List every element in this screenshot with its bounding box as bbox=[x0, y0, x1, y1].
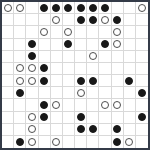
cell-r5c0[interactable] bbox=[2, 63, 14, 75]
cell-r2c2[interactable] bbox=[26, 26, 38, 38]
cell-r8c3[interactable] bbox=[39, 99, 51, 111]
cell-r8c11[interactable] bbox=[136, 99, 148, 111]
white-circle bbox=[28, 77, 36, 85]
cell-r8c9[interactable] bbox=[112, 99, 124, 111]
cell-r1c6[interactable] bbox=[75, 14, 87, 26]
black-circle bbox=[77, 125, 85, 133]
cell-r8c7[interactable] bbox=[87, 99, 99, 111]
cell-r0c7[interactable] bbox=[87, 2, 99, 14]
black-circle bbox=[113, 138, 121, 146]
cell-r2c3[interactable] bbox=[39, 26, 51, 38]
cell-r3c0[interactable] bbox=[2, 39, 14, 51]
black-circle bbox=[138, 113, 146, 121]
white-circle bbox=[113, 28, 121, 36]
cell-r0c11[interactable] bbox=[136, 2, 148, 14]
cell-r3c8[interactable] bbox=[99, 39, 111, 51]
cell-r4c6[interactable] bbox=[75, 51, 87, 63]
cell-r11c9[interactable] bbox=[112, 136, 124, 148]
cell-r11c2[interactable] bbox=[26, 136, 38, 148]
cell-r9c5[interactable] bbox=[63, 112, 75, 124]
cell-r3c6[interactable] bbox=[75, 39, 87, 51]
cell-r6c8[interactable] bbox=[99, 75, 111, 87]
black-circle bbox=[113, 16, 121, 24]
cell-r8c0[interactable] bbox=[2, 99, 14, 111]
cell-r11c1[interactable] bbox=[14, 136, 26, 148]
cell-r6c6[interactable] bbox=[75, 75, 87, 87]
cell-r10c9[interactable] bbox=[112, 124, 124, 136]
white-circle bbox=[16, 77, 24, 85]
cell-r10c5[interactable] bbox=[63, 124, 75, 136]
cell-r4c2[interactable] bbox=[26, 51, 38, 63]
cell-r3c11[interactable] bbox=[136, 39, 148, 51]
cell-r3c3[interactable] bbox=[39, 39, 51, 51]
black-circle bbox=[40, 77, 48, 85]
white-circle bbox=[101, 101, 109, 109]
cell-r5c2[interactable] bbox=[26, 63, 38, 75]
cell-r10c11[interactable] bbox=[136, 124, 148, 136]
cell-r3c9[interactable] bbox=[112, 39, 124, 51]
cell-r4c10[interactable] bbox=[124, 51, 136, 63]
white-circle bbox=[40, 28, 48, 36]
white-circle bbox=[4, 4, 12, 12]
cell-r9c8[interactable] bbox=[99, 112, 111, 124]
cell-r2c11[interactable] bbox=[136, 26, 148, 38]
black-circle bbox=[40, 4, 48, 12]
cell-r3c7[interactable] bbox=[87, 39, 99, 51]
cell-r9c1[interactable] bbox=[14, 112, 26, 124]
cell-r4c5[interactable] bbox=[63, 51, 75, 63]
white-circle bbox=[113, 40, 121, 48]
black-circle bbox=[64, 4, 72, 12]
cell-r6c0[interactable] bbox=[2, 75, 14, 87]
cell-r9c2[interactable] bbox=[26, 112, 38, 124]
cell-r11c5[interactable] bbox=[63, 136, 75, 148]
cell-r5c10[interactable] bbox=[124, 63, 136, 75]
black-circle bbox=[101, 4, 109, 12]
black-circle bbox=[16, 138, 24, 146]
cell-r1c1[interactable] bbox=[14, 14, 26, 26]
cell-r6c3[interactable] bbox=[39, 75, 51, 87]
cell-r5c3[interactable] bbox=[39, 63, 51, 75]
cell-r9c11[interactable] bbox=[136, 112, 148, 124]
white-circle bbox=[101, 16, 109, 24]
black-circle bbox=[40, 113, 48, 121]
black-circle bbox=[89, 125, 97, 133]
cell-r4c1[interactable] bbox=[14, 51, 26, 63]
black-circle bbox=[77, 16, 85, 24]
black-circle bbox=[125, 77, 133, 85]
black-circle bbox=[138, 89, 146, 97]
cell-r8c6[interactable] bbox=[75, 99, 87, 111]
white-circle bbox=[28, 125, 36, 133]
cell-r5c11[interactable] bbox=[136, 63, 148, 75]
cell-r11c4[interactable] bbox=[51, 136, 63, 148]
black-circle bbox=[101, 40, 109, 48]
cell-r0c3[interactable] bbox=[39, 2, 51, 14]
cell-r11c7[interactable] bbox=[87, 136, 99, 148]
cell-r10c4[interactable] bbox=[51, 124, 63, 136]
cell-r5c1[interactable] bbox=[14, 63, 26, 75]
cell-r0c9[interactable] bbox=[112, 2, 124, 14]
cell-r6c4[interactable] bbox=[51, 75, 63, 87]
cell-r11c6[interactable] bbox=[75, 136, 87, 148]
cell-r4c7[interactable] bbox=[87, 51, 99, 63]
cell-r0c5[interactable] bbox=[63, 2, 75, 14]
cell-r8c1[interactable] bbox=[14, 99, 26, 111]
cell-r11c10[interactable] bbox=[124, 136, 136, 148]
cell-r3c5[interactable] bbox=[63, 39, 75, 51]
cell-r4c11[interactable] bbox=[136, 51, 148, 63]
white-circle bbox=[52, 101, 60, 109]
cell-r3c4[interactable] bbox=[51, 39, 63, 51]
black-circle bbox=[77, 77, 85, 85]
cell-r6c7[interactable] bbox=[87, 75, 99, 87]
cell-r8c10[interactable] bbox=[124, 99, 136, 111]
white-circle bbox=[16, 4, 24, 12]
cell-r1c0[interactable] bbox=[2, 14, 14, 26]
cell-r4c8[interactable] bbox=[99, 51, 111, 63]
cell-r10c2[interactable] bbox=[26, 124, 38, 136]
cell-r5c4[interactable] bbox=[51, 63, 63, 75]
cell-r3c1[interactable] bbox=[14, 39, 26, 51]
cell-r5c9[interactable] bbox=[112, 63, 124, 75]
black-circle bbox=[64, 40, 72, 48]
cell-r9c4[interactable] bbox=[51, 112, 63, 124]
cell-r6c2[interactable] bbox=[26, 75, 38, 87]
cell-r8c2[interactable] bbox=[26, 99, 38, 111]
cell-r7c1[interactable] bbox=[14, 87, 26, 99]
cell-r7c2[interactable] bbox=[26, 87, 38, 99]
cell-r4c4[interactable] bbox=[51, 51, 63, 63]
cell-r7c9[interactable] bbox=[112, 87, 124, 99]
cell-r2c8[interactable] bbox=[99, 26, 111, 38]
cell-r8c8[interactable] bbox=[99, 99, 111, 111]
cell-r9c9[interactable] bbox=[112, 112, 124, 124]
white-circle bbox=[89, 52, 97, 60]
puzzle-board bbox=[0, 0, 150, 150]
cell-r1c8[interactable] bbox=[99, 14, 111, 26]
cell-r1c7[interactable] bbox=[87, 14, 99, 26]
cell-r6c11[interactable] bbox=[136, 75, 148, 87]
black-circle bbox=[77, 4, 85, 12]
black-circle bbox=[16, 89, 24, 97]
cell-r2c9[interactable] bbox=[112, 26, 124, 38]
cell-r7c7[interactable] bbox=[87, 87, 99, 99]
cell-r7c8[interactable] bbox=[99, 87, 111, 99]
cell-r11c8[interactable] bbox=[99, 136, 111, 148]
cell-r6c5[interactable] bbox=[63, 75, 75, 87]
white-circle bbox=[28, 113, 36, 121]
cell-r7c5[interactable] bbox=[63, 87, 75, 99]
white-circle bbox=[52, 16, 60, 24]
cell-r10c0[interactable] bbox=[2, 124, 14, 136]
cell-r9c0[interactable] bbox=[2, 112, 14, 124]
cell-r10c6[interactable] bbox=[75, 124, 87, 136]
cell-r0c2[interactable] bbox=[26, 2, 38, 14]
cell-r4c0[interactable] bbox=[2, 51, 14, 63]
cell-r0c10[interactable] bbox=[124, 2, 136, 14]
white-circle bbox=[113, 101, 121, 109]
cell-r0c8[interactable] bbox=[99, 2, 111, 14]
cell-r0c4[interactable] bbox=[51, 2, 63, 14]
cell-r0c0[interactable] bbox=[2, 2, 14, 14]
white-circle bbox=[64, 28, 72, 36]
cell-r2c1[interactable] bbox=[14, 26, 26, 38]
black-circle bbox=[77, 113, 85, 121]
white-circle bbox=[77, 89, 85, 97]
cell-r7c11[interactable] bbox=[136, 87, 148, 99]
cell-r2c0[interactable] bbox=[2, 26, 14, 38]
cell-r6c1[interactable] bbox=[14, 75, 26, 87]
white-circle bbox=[125, 138, 133, 146]
cell-r1c10[interactable] bbox=[124, 14, 136, 26]
cell-r4c3[interactable] bbox=[39, 51, 51, 63]
black-circle bbox=[28, 52, 36, 60]
board-grid bbox=[2, 2, 148, 148]
cell-r10c8[interactable] bbox=[99, 124, 111, 136]
cell-r10c1[interactable] bbox=[14, 124, 26, 136]
cell-r6c9[interactable] bbox=[112, 75, 124, 87]
cell-r5c6[interactable] bbox=[75, 63, 87, 75]
white-circle bbox=[28, 64, 36, 72]
cell-r6c10[interactable] bbox=[124, 75, 136, 87]
black-circle bbox=[28, 40, 36, 48]
cell-r8c4[interactable] bbox=[51, 99, 63, 111]
cell-r9c3[interactable] bbox=[39, 112, 51, 124]
cell-r7c10[interactable] bbox=[124, 87, 136, 99]
cell-r11c11[interactable] bbox=[136, 136, 148, 148]
cell-r1c2[interactable] bbox=[26, 14, 38, 26]
white-circle bbox=[28, 138, 36, 146]
cell-r2c6[interactable] bbox=[75, 26, 87, 38]
cell-r11c3[interactable] bbox=[39, 136, 51, 148]
black-circle bbox=[89, 77, 97, 85]
white-circle bbox=[138, 4, 146, 12]
cell-r0c6[interactable] bbox=[75, 2, 87, 14]
black-circle bbox=[113, 125, 121, 133]
cell-r7c0[interactable] bbox=[2, 87, 14, 99]
cell-r3c2[interactable] bbox=[26, 39, 38, 51]
cell-r2c7[interactable] bbox=[87, 26, 99, 38]
cell-r4c9[interactable] bbox=[112, 51, 124, 63]
cell-r1c3[interactable] bbox=[39, 14, 51, 26]
cell-r10c3[interactable] bbox=[39, 124, 51, 136]
cell-r7c4[interactable] bbox=[51, 87, 63, 99]
cell-r5c8[interactable] bbox=[99, 63, 111, 75]
cell-r1c4[interactable] bbox=[51, 14, 63, 26]
cell-r2c10[interactable] bbox=[124, 26, 136, 38]
white-circle bbox=[52, 138, 60, 146]
cell-r1c11[interactable] bbox=[136, 14, 148, 26]
cell-r7c3[interactable] bbox=[39, 87, 51, 99]
cell-r10c10[interactable] bbox=[124, 124, 136, 136]
cell-r1c9[interactable] bbox=[112, 14, 124, 26]
cell-r9c7[interactable] bbox=[87, 112, 99, 124]
black-circle bbox=[40, 101, 48, 109]
cell-r3c10[interactable] bbox=[124, 39, 136, 51]
black-circle bbox=[52, 4, 60, 12]
cell-r9c10[interactable] bbox=[124, 112, 136, 124]
cell-r9c6[interactable] bbox=[75, 112, 87, 124]
black-circle bbox=[89, 4, 97, 12]
cell-r8c5[interactable] bbox=[63, 99, 75, 111]
cell-r10c7[interactable] bbox=[87, 124, 99, 136]
black-circle bbox=[89, 16, 97, 24]
white-circle bbox=[16, 64, 24, 72]
cell-r2c4[interactable] bbox=[51, 26, 63, 38]
cell-r11c0[interactable] bbox=[2, 136, 14, 148]
black-circle bbox=[40, 64, 48, 72]
cell-r7c6[interactable] bbox=[75, 87, 87, 99]
cell-r5c5[interactable] bbox=[63, 63, 75, 75]
cell-r5c7[interactable] bbox=[87, 63, 99, 75]
cell-r0c1[interactable] bbox=[14, 2, 26, 14]
cell-r2c5[interactable] bbox=[63, 26, 75, 38]
cell-r1c5[interactable] bbox=[63, 14, 75, 26]
